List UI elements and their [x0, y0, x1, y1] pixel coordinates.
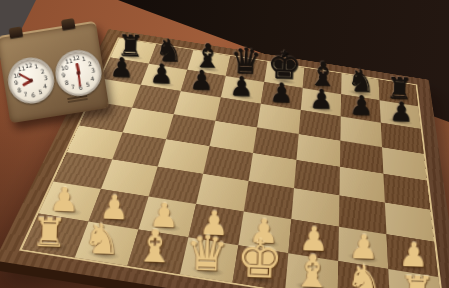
square-f1[interactable]: ♝	[285, 253, 338, 288]
dial-numeral-10: 10	[60, 64, 68, 71]
dial-numeral-4: 4	[90, 75, 95, 82]
dial-numeral-1: 1	[34, 63, 39, 70]
clock-maker-label	[67, 95, 87, 100]
piece-black-pawn-c7[interactable]: ♟	[181, 66, 222, 94]
dial-numeral-1: 1	[81, 56, 86, 63]
left-dial-pin	[29, 78, 34, 83]
dial-numeral-6: 6	[78, 85, 83, 92]
dial-numeral-3: 3	[44, 75, 49, 82]
clock-button-right[interactable]	[61, 18, 75, 30]
dial-numeral-4: 4	[43, 83, 48, 90]
dial-numeral-3: 3	[91, 67, 96, 74]
clock-dial-right: 121234567891011	[52, 47, 105, 100]
dial-numeral-11: 11	[17, 65, 25, 72]
piece-white-rook-a1[interactable]: ♜	[22, 212, 77, 254]
right-dial-pin	[76, 71, 81, 76]
piece-black-pawn-d7[interactable]: ♟	[221, 73, 262, 101]
dial-numeral-7: 7	[23, 91, 28, 98]
square-e1[interactable]: ♚	[232, 245, 288, 288]
clock-dial-left: 121234567891011	[5, 54, 58, 107]
scene: 121234567891011 121234567891011 ♜♞♝♛♚♝♞♜…	[0, 0, 449, 288]
dial-numeral-5: 5	[86, 81, 91, 88]
dial-numeral-6: 6	[31, 92, 36, 99]
square-d5[interactable]	[210, 121, 258, 153]
piece-black-pawn-e7[interactable]: ♟	[261, 79, 302, 107]
dial-numeral-9: 9	[14, 80, 19, 87]
square-d1[interactable]: ♛	[180, 237, 238, 282]
clock-button-left[interactable]	[9, 26, 23, 38]
dial-numeral-8: 8	[17, 87, 22, 94]
square-g1[interactable]: ♞	[338, 261, 391, 288]
piece-white-bishop-f1[interactable]: ♝	[285, 248, 340, 288]
piece-black-pawn-g7[interactable]: ♟	[341, 92, 382, 120]
piece-white-rook-h1[interactable]: ♜	[390, 270, 445, 288]
piece-white-queen-d1[interactable]: ♛	[180, 228, 235, 278]
dial-numeral-7: 7	[71, 84, 76, 91]
piece-white-king-e1[interactable]: ♚	[232, 233, 287, 287]
dial-numeral-5: 5	[38, 89, 43, 96]
square-h1[interactable]: ♜	[388, 269, 443, 288]
piece-white-bishop-c1[interactable]: ♝	[127, 223, 182, 270]
piece-white-knight-b1[interactable]: ♞	[75, 218, 130, 262]
piece-black-pawn-h7[interactable]: ♟	[381, 98, 422, 126]
dial-numeral-9: 9	[61, 72, 66, 79]
piece-white-knight-g1[interactable]: ♞	[337, 259, 392, 288]
chess-clock: 121234567891011 121234567891011	[0, 21, 109, 124]
dial-numeral-8: 8	[64, 79, 69, 86]
piece-black-pawn-a7[interactable]: ♟	[101, 54, 142, 82]
dial-numeral-10: 10	[13, 72, 21, 79]
dial-numeral-11: 11	[65, 58, 73, 65]
piece-black-pawn-f7[interactable]: ♟	[301, 85, 342, 113]
piece-black-pawn-b7[interactable]: ♟	[141, 60, 182, 88]
square-f4[interactable]	[294, 160, 340, 195]
